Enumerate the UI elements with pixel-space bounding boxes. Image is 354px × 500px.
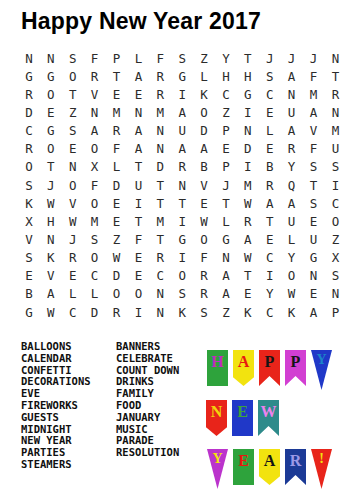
banner-flag: W — [258, 400, 279, 436]
banner-letter: R — [290, 453, 302, 485]
grid-cell: O — [106, 285, 128, 303]
grid-cell: A — [215, 285, 237, 303]
grid-cell: N — [281, 85, 303, 103]
grid-cell: R — [149, 67, 171, 85]
grid-cell: R — [149, 249, 171, 267]
word-item: CELEBRATE — [116, 353, 179, 365]
grid-cell: T — [215, 194, 237, 212]
grid-cell: D — [106, 176, 128, 194]
grid-cell: M — [237, 176, 259, 194]
grid-cell: R — [106, 303, 128, 321]
grid-cell: W — [281, 285, 303, 303]
grid-cell: K — [18, 194, 40, 212]
grid-cell: N — [303, 267, 325, 285]
grid-cell: T — [127, 212, 149, 230]
grid-cell: I — [237, 158, 259, 176]
grid-cell: N — [171, 176, 193, 194]
grid-cell: A — [171, 140, 193, 158]
grid-cell: E — [18, 267, 40, 285]
grid-cell: E — [62, 267, 84, 285]
banner-letter: H — [211, 354, 223, 386]
banner-flag: P — [259, 350, 280, 386]
grid-cell: J — [303, 49, 325, 67]
grid-cell: S — [62, 122, 84, 140]
grid-cell: Y — [281, 158, 303, 176]
grid-cell: S — [18, 249, 40, 267]
grid-cell: L — [215, 212, 237, 230]
grid-cell: T — [149, 176, 171, 194]
grid-cell: A — [281, 122, 303, 140]
grid-cell: M — [149, 212, 171, 230]
grid-cell: A — [171, 103, 193, 121]
grid-cell: T — [149, 194, 171, 212]
grid-cell: S — [324, 267, 346, 285]
grid-cell: O — [84, 194, 106, 212]
word-item: STEAMERS — [21, 459, 91, 471]
grid-cell: O — [18, 158, 40, 176]
grid-cell: F — [84, 49, 106, 67]
grid-cell: R — [84, 67, 106, 85]
grid-cell: B — [259, 158, 281, 176]
grid-cell: T — [237, 267, 259, 285]
grid-cell: C — [149, 267, 171, 285]
grid-cell: C — [259, 303, 281, 321]
grid-cell: Z — [193, 49, 215, 67]
grid-cell: K — [40, 249, 62, 267]
grid-cell: H — [237, 67, 259, 85]
word-search-grid: NNSFPLFSZYTJJJNGGORTARGLHHSAFTROTVEERIKC… — [18, 49, 346, 321]
grid-cell: O — [171, 267, 193, 285]
banner-letter: N — [211, 404, 223, 436]
grid-cell: C — [215, 85, 237, 103]
banner-flag: E — [232, 400, 253, 436]
grid-cell: H — [215, 67, 237, 85]
grid-cell: E — [62, 140, 84, 158]
grid-cell: A — [84, 122, 106, 140]
grid-cell: O — [84, 249, 106, 267]
grid-cell: S — [303, 158, 325, 176]
grid-cell: P — [324, 303, 346, 321]
grid-cell: O — [193, 103, 215, 121]
grid-cell: L — [259, 122, 281, 140]
grid-cell: U — [281, 212, 303, 230]
banner-letter: E — [238, 453, 249, 485]
grid-cell: C — [18, 122, 40, 140]
grid-cell: A — [127, 122, 149, 140]
grid-cell: S — [84, 230, 106, 248]
banner-flag: P — [285, 350, 306, 386]
grid-cell: R — [18, 140, 40, 158]
grid-cell: D — [149, 158, 171, 176]
grid-cell: S — [171, 49, 193, 67]
grid-cell: P — [215, 122, 237, 140]
grid-cell: T — [303, 176, 325, 194]
grid-cell: R — [106, 122, 128, 140]
word-item: FIREWORKS — [21, 400, 91, 412]
grid-cell: K — [237, 303, 259, 321]
grid-cell: U — [127, 176, 149, 194]
grid-cell: E — [40, 103, 62, 121]
grid-cell: R — [237, 212, 259, 230]
page-title: Happy New Year 2017 — [21, 8, 261, 35]
grid-cell: J — [40, 176, 62, 194]
grid-cell: F — [193, 249, 215, 267]
grid-cell: Z — [62, 103, 84, 121]
grid-cell: Z — [324, 230, 346, 248]
grid-cell: M — [106, 103, 128, 121]
banner-row-happy: HAPPY — [207, 350, 332, 390]
banner-letter: A — [264, 453, 276, 485]
grid-cell: E — [259, 140, 281, 158]
word-item: FOOD — [116, 400, 179, 412]
grid-cell: B — [18, 285, 40, 303]
grid-cell: P — [106, 49, 128, 67]
grid-cell: A — [193, 140, 215, 158]
grid-cell: E — [259, 103, 281, 121]
grid-cell: V — [18, 230, 40, 248]
banner-flag: E — [233, 449, 254, 485]
word-list-right: BANNERSCELEBRATECOUNT DOWNDRINKSFAMILYFO… — [116, 341, 179, 459]
grid-cell: T — [237, 49, 259, 67]
grid-cell: I — [171, 249, 193, 267]
banner-letter: E — [237, 404, 248, 436]
grid-cell: Y — [215, 49, 237, 67]
grid-cell: A — [215, 267, 237, 285]
grid-cell: G — [171, 230, 193, 248]
grid-cell: A — [303, 303, 325, 321]
grid-cell: L — [106, 158, 128, 176]
grid-cell: I — [171, 212, 193, 230]
grid-cell: L — [84, 285, 106, 303]
grid-cell: T — [324, 67, 346, 85]
banner-letter: P — [265, 354, 275, 386]
grid-cell: T — [171, 194, 193, 212]
grid-cell: N — [18, 49, 40, 67]
grid-cell: R — [193, 285, 215, 303]
grid-cell: V — [303, 122, 325, 140]
grid-cell: J — [62, 230, 84, 248]
banner-letter: W — [261, 404, 277, 436]
word-item: GUESTS — [21, 412, 91, 424]
grid-cell: T — [40, 158, 62, 176]
grid-cell: N — [149, 303, 171, 321]
grid-cell: I — [127, 194, 149, 212]
grid-cell: A — [281, 67, 303, 85]
grid-cell: F — [84, 176, 106, 194]
grid-cell: A — [281, 194, 303, 212]
grid-cell: G — [237, 85, 259, 103]
word-item: JANUARY — [116, 412, 179, 424]
grid-cell: R — [18, 85, 40, 103]
grid-cell: N — [237, 122, 259, 140]
grid-cell: G — [18, 303, 40, 321]
grid-cell: D — [237, 140, 259, 158]
grid-cell: V — [193, 176, 215, 194]
grid-cell: N — [215, 249, 237, 267]
grid-cell: C — [259, 249, 281, 267]
grid-cell: S — [18, 176, 40, 194]
grid-cell: G — [171, 67, 193, 85]
grid-cell: F — [303, 67, 325, 85]
grid-cell: O — [40, 140, 62, 158]
grid-cell: I — [259, 267, 281, 285]
grid-cell: V — [84, 85, 106, 103]
grid-cell: T — [259, 212, 281, 230]
grid-cell: O — [281, 267, 303, 285]
grid-cell: O — [62, 67, 84, 85]
grid-cell: W — [40, 194, 62, 212]
grid-cell: E — [127, 249, 149, 267]
grid-cell: J — [215, 176, 237, 194]
banner-flag: N — [206, 400, 227, 436]
grid-cell: E — [193, 194, 215, 212]
grid-cell: Y — [281, 249, 303, 267]
grid-cell: T — [62, 85, 84, 103]
grid-cell: C — [259, 85, 281, 103]
grid-cell: O — [193, 230, 215, 248]
grid-cell: R — [149, 85, 171, 103]
grid-cell: S — [259, 67, 281, 85]
grid-cell: O — [62, 176, 84, 194]
grid-cell: V — [62, 194, 84, 212]
grid-cell: V — [40, 267, 62, 285]
grid-cell: A — [127, 140, 149, 158]
grid-cell: R — [259, 176, 281, 194]
grid-cell: K — [281, 303, 303, 321]
grid-cell: O — [84, 140, 106, 158]
grid-cell: L — [62, 285, 84, 303]
grid-cell: E — [127, 85, 149, 103]
grid-cell: T — [127, 158, 149, 176]
grid-cell: W — [193, 212, 215, 230]
grid-cell: I — [127, 303, 149, 321]
grid-cell: T — [106, 67, 128, 85]
grid-cell: M — [84, 212, 106, 230]
grid-cell: J — [281, 49, 303, 67]
grid-cell: N — [324, 285, 346, 303]
banner-letter: A — [238, 354, 250, 386]
grid-cell: N — [324, 103, 346, 121]
grid-cell: N — [127, 103, 149, 121]
grid-cell: R — [324, 85, 346, 103]
grid-cell: F — [127, 230, 149, 248]
grid-cell: L — [193, 67, 215, 85]
grid-cell: T — [149, 230, 171, 248]
grid-cell: E — [127, 267, 149, 285]
grid-cell: F — [303, 140, 325, 158]
grid-cell: D — [84, 303, 106, 321]
banner-row-year: YEAR! — [207, 449, 332, 489]
grid-cell: S — [324, 158, 346, 176]
grid-cell: N — [84, 103, 106, 121]
grid-cell: M — [149, 103, 171, 121]
grid-cell: E — [303, 212, 325, 230]
grid-cell: E — [215, 140, 237, 158]
banner-flag: H — [207, 350, 228, 386]
grid-cell: N — [62, 158, 84, 176]
grid-cell: N — [149, 140, 171, 158]
grid-cell: U — [171, 122, 193, 140]
grid-cell: D — [18, 103, 40, 121]
grid-cell: G — [40, 122, 62, 140]
grid-cell: K — [171, 303, 193, 321]
grid-cell: G — [303, 249, 325, 267]
banner-letter: P — [291, 354, 301, 386]
grid-cell: E — [106, 85, 128, 103]
grid-cell: M — [324, 122, 346, 140]
banner-letter: ! — [319, 452, 324, 489]
grid-cell: E — [303, 285, 325, 303]
grid-cell: O — [324, 212, 346, 230]
grid-cell: J — [259, 49, 281, 67]
banner-flag: A — [259, 449, 280, 485]
grid-cell: I — [171, 85, 193, 103]
banner-flag: R — [285, 449, 306, 485]
word-item: CALENDAR — [21, 353, 91, 365]
grid-cell: L — [281, 230, 303, 248]
grid-cell: W — [62, 212, 84, 230]
grid-cell: R — [193, 267, 215, 285]
grid-cell: E — [259, 230, 281, 248]
grid-cell: Z — [106, 230, 128, 248]
grid-cell: N — [324, 49, 346, 67]
grid-cell: Z — [215, 303, 237, 321]
grid-cell: W — [40, 303, 62, 321]
grid-cell: D — [193, 122, 215, 140]
grid-cell: X — [18, 212, 40, 230]
grid-cell: D — [106, 267, 128, 285]
grid-cell: H — [40, 212, 62, 230]
grid-cell: R — [281, 140, 303, 158]
grid-cell: C — [62, 303, 84, 321]
banner-flag: ! — [311, 449, 332, 489]
grid-cell: W — [106, 249, 128, 267]
worksheet-page: Happy New Year 2017 NNSFPLFSZYTJJJNGGORT… — [0, 0, 354, 500]
grid-cell: I — [237, 103, 259, 121]
grid-cell: F — [106, 140, 128, 158]
grid-cell: A — [237, 230, 259, 248]
grid-cell: Z — [215, 103, 237, 121]
banner-letter: Y — [316, 353, 326, 390]
grid-cell: S — [62, 49, 84, 67]
grid-cell: Y — [259, 285, 281, 303]
grid-cell: R — [171, 158, 193, 176]
grid-cell: X — [84, 158, 106, 176]
grid-cell: U — [303, 230, 325, 248]
grid-cell: G — [18, 67, 40, 85]
grid-cell: A — [303, 103, 325, 121]
grid-cell: A — [40, 285, 62, 303]
grid-cell: N — [149, 285, 171, 303]
grid-cell: C — [84, 267, 106, 285]
grid-cell: R — [62, 249, 84, 267]
grid-cell: A — [127, 67, 149, 85]
banner-letter: Y — [212, 452, 222, 489]
grid-cell: K — [193, 85, 215, 103]
grid-cell: N — [149, 122, 171, 140]
grid-cell: E — [106, 212, 128, 230]
grid-cell: G — [215, 230, 237, 248]
grid-cell: P — [215, 158, 237, 176]
grid-cell: O — [40, 85, 62, 103]
grid-cell: E — [237, 285, 259, 303]
banner-flag: Y — [207, 449, 228, 489]
grid-cell: Q — [281, 176, 303, 194]
grid-cell: O — [127, 285, 149, 303]
word-list-left: BALLOONSCALENDARCONFETTIDECORATIONSEVEFI… — [21, 341, 91, 471]
grid-cell: L — [127, 49, 149, 67]
grid-cell: X — [324, 249, 346, 267]
banner-flag: A — [233, 350, 254, 386]
grid-cell: U — [324, 140, 346, 158]
grid-cell: N — [40, 230, 62, 248]
banner-flag: Y — [311, 350, 332, 390]
grid-cell: M — [303, 85, 325, 103]
grid-cell: N — [40, 49, 62, 67]
grid-cell: S — [303, 194, 325, 212]
grid-cell: G — [40, 67, 62, 85]
grid-cell: B — [193, 158, 215, 176]
grid-cell: F — [149, 49, 171, 67]
grid-cell: I — [324, 176, 346, 194]
grid-cell: S — [171, 285, 193, 303]
grid-cell: U — [281, 103, 303, 121]
grid-cell: W — [237, 194, 259, 212]
grid-cell: W — [237, 249, 259, 267]
grid-cell: A — [259, 194, 281, 212]
grid-cell: S — [193, 303, 215, 321]
banner-row-new: NEW — [206, 400, 279, 436]
grid-cell: C — [324, 194, 346, 212]
grid-cell: E — [106, 194, 128, 212]
word-item: RESOLUTION — [116, 447, 179, 459]
